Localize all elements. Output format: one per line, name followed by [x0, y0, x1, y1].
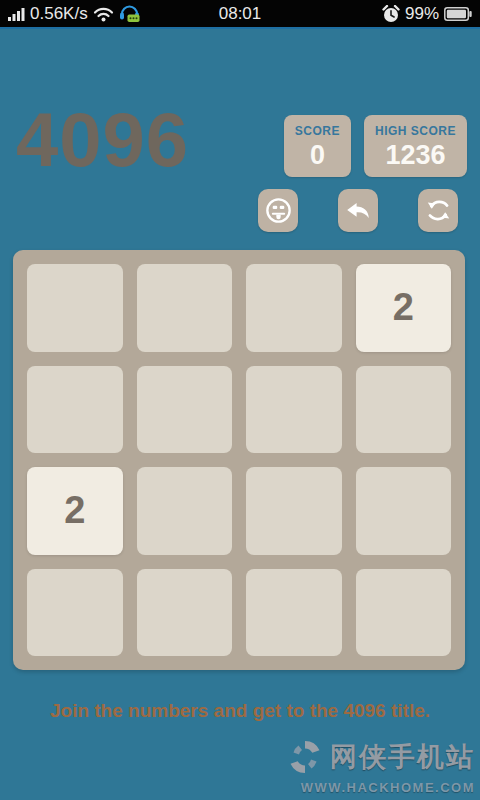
- watermark-site-url: WWW.HACKHOME.COM: [286, 780, 475, 795]
- undo-button[interactable]: [338, 189, 378, 232]
- instruction-text: Join the numbers and get to the 4096 tit…: [0, 700, 480, 722]
- toolbar: [258, 189, 458, 232]
- empty-cell: [356, 366, 452, 454]
- emoji-mode-button[interactable]: [258, 189, 298, 232]
- restart-button[interactable]: [418, 189, 458, 232]
- empty-cell: [27, 366, 123, 454]
- emoji-face-icon: [264, 196, 293, 225]
- wifi-icon: [93, 6, 114, 22]
- empty-cell: [246, 569, 342, 657]
- score-label: SCORE: [295, 124, 340, 138]
- net-speed-text: 0.56K/s: [30, 4, 88, 24]
- alarm-clock-icon: [382, 5, 400, 23]
- empty-cell: [137, 569, 233, 657]
- signal-bars-icon: [8, 7, 25, 21]
- restart-circular-arrows-icon: [424, 196, 453, 225]
- tile-2: 2: [356, 264, 452, 352]
- undo-arrow-icon: [343, 196, 373, 226]
- status-bar: 0.56K/s: [0, 0, 480, 29]
- high-score-value: 1236: [375, 140, 456, 171]
- empty-cell: [246, 366, 342, 454]
- score-box: SCORE 0: [284, 115, 351, 177]
- high-score-label: HIGH SCORE: [375, 124, 456, 138]
- empty-cell: [27, 264, 123, 352]
- hackhome-logo-icon: [286, 738, 324, 776]
- score-value: 0: [295, 140, 340, 171]
- watermark-site-name: 网侠手机站: [330, 739, 475, 775]
- high-score-box: HIGH SCORE 1236: [364, 115, 467, 177]
- empty-cell: [246, 264, 342, 352]
- app-screen: 0.56K/s: [0, 0, 480, 800]
- empty-cell: [137, 467, 233, 555]
- score-panel: SCORE 0 HIGH SCORE 1236: [284, 115, 467, 177]
- headset-chat-icon: [119, 4, 141, 23]
- battery-percent-text: 99%: [405, 4, 439, 24]
- empty-cell: [137, 366, 233, 454]
- status-left-group: 0.56K/s: [8, 4, 141, 24]
- status-right-group: 99%: [382, 4, 472, 24]
- empty-cell: [356, 569, 452, 657]
- game-board[interactable]: 22: [13, 250, 465, 670]
- game-title: 4096: [16, 102, 189, 178]
- empty-cell: [27, 569, 123, 657]
- empty-cell: [137, 264, 233, 352]
- empty-cell: [246, 467, 342, 555]
- battery-icon: [444, 7, 472, 21]
- tile-2: 2: [27, 467, 123, 555]
- watermark: 网侠手机站 WWW.HACKHOME.COM: [286, 738, 475, 795]
- empty-cell: [356, 467, 452, 555]
